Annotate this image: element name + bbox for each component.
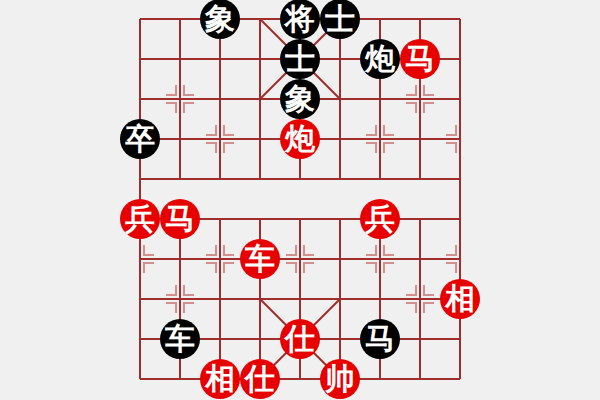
piece-red-elephant-2[interactable]: 相 bbox=[200, 359, 240, 399]
piece-black-pawn[interactable]: 卒 bbox=[120, 119, 160, 159]
piece-red-pawn-1[interactable]: 兵 bbox=[120, 199, 160, 239]
piece-red-advisor-1[interactable]: 仕 bbox=[280, 319, 320, 359]
piece-red-advisor-2[interactable]: 仕 bbox=[240, 359, 280, 399]
piece-red-general[interactable]: 帅 bbox=[320, 359, 360, 399]
piece-red-horse-1[interactable]: 马 bbox=[400, 39, 440, 79]
piece-black-advisor-2[interactable]: 士 bbox=[280, 39, 320, 79]
piece-red-chariot[interactable]: 车 bbox=[240, 239, 280, 279]
piece-red-elephant-1[interactable]: 相 bbox=[440, 279, 480, 319]
piece-red-horse-2[interactable]: 马 bbox=[160, 199, 200, 239]
xiangqi-board[interactable]: 象将士士炮马象卒炮兵马兵车相车仕马相仕帅 bbox=[0, 0, 600, 400]
piece-black-elephant-2[interactable]: 象 bbox=[280, 79, 320, 119]
piece-red-cannon[interactable]: 炮 bbox=[280, 119, 320, 159]
piece-red-pawn-2[interactable]: 兵 bbox=[360, 199, 400, 239]
piece-black-general[interactable]: 将 bbox=[280, 0, 320, 39]
piece-black-chariot[interactable]: 车 bbox=[160, 319, 200, 359]
piece-black-elephant-1[interactable]: 象 bbox=[200, 0, 240, 39]
pieces-layer: 象将士士炮马象卒炮兵马兵车相车仕马相仕帅 bbox=[0, 0, 600, 400]
piece-black-advisor-1[interactable]: 士 bbox=[320, 0, 360, 39]
piece-black-horse[interactable]: 马 bbox=[360, 319, 400, 359]
piece-black-cannon[interactable]: 炮 bbox=[360, 39, 400, 79]
